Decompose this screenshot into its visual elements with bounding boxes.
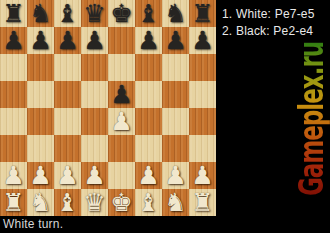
white-pawn-piece: ♟ [0, 162, 27, 189]
black-pawn-piece: ♟ [162, 27, 189, 54]
black-queen-piece: ♛ [81, 0, 108, 27]
square-e6[interactable] [108, 54, 135, 81]
square-b7[interactable]: ♟ [27, 27, 54, 54]
square-h7[interactable]: ♟ [189, 27, 216, 54]
white-rook-piece: ♜ [0, 189, 27, 216]
square-e5[interactable]: ♟ [108, 81, 135, 108]
square-e8[interactable]: ♚ [108, 0, 135, 27]
status-bar: White turn. [0, 216, 330, 233]
square-d2[interactable]: ♟ [81, 162, 108, 189]
square-h4[interactable] [189, 108, 216, 135]
square-c2[interactable]: ♟ [54, 162, 81, 189]
square-f6[interactable] [135, 54, 162, 81]
square-h1[interactable]: ♜ [189, 189, 216, 216]
move-list: 1. White: Pe7-e5 2. Black: Pe2-e4 [222, 6, 328, 40]
black-pawn-piece: ♟ [189, 27, 216, 54]
white-king-piece: ♚ [108, 189, 135, 216]
square-c8[interactable]: ♝ [54, 0, 81, 27]
turn-indicator: White turn. [3, 217, 63, 231]
square-e7[interactable] [108, 27, 135, 54]
black-pawn-piece: ♟ [27, 27, 54, 54]
square-d5[interactable] [81, 81, 108, 108]
square-a3[interactable] [0, 135, 27, 162]
black-bishop-piece: ♝ [54, 0, 81, 27]
square-b1[interactable]: ♞ [27, 189, 54, 216]
black-pawn-piece: ♟ [81, 27, 108, 54]
white-pawn-piece: ♟ [54, 162, 81, 189]
square-c1[interactable]: ♝ [54, 189, 81, 216]
square-e1[interactable]: ♚ [108, 189, 135, 216]
square-h8[interactable]: ♜ [189, 0, 216, 27]
square-e3[interactable] [108, 135, 135, 162]
square-f7[interactable]: ♟ [135, 27, 162, 54]
square-h6[interactable] [189, 54, 216, 81]
square-h2[interactable]: ♟ [189, 162, 216, 189]
square-g4[interactable] [162, 108, 189, 135]
square-g7[interactable]: ♟ [162, 27, 189, 54]
white-queen-piece: ♛ [81, 189, 108, 216]
black-rook-piece: ♜ [189, 0, 216, 27]
square-d1[interactable]: ♛ [81, 189, 108, 216]
square-d7[interactable]: ♟ [81, 27, 108, 54]
square-h3[interactable] [189, 135, 216, 162]
black-bishop-piece: ♝ [135, 0, 162, 27]
chess-board: ♜♞♝♛♚♝♞♜♟♟♟♟♟♟♟♟♟♟♟♟♟♟♟♟♜♞♝♛♚♝♞♜ [0, 0, 216, 216]
square-d6[interactable] [81, 54, 108, 81]
square-c3[interactable] [54, 135, 81, 162]
square-g1[interactable]: ♞ [162, 189, 189, 216]
square-c7[interactable]: ♟ [54, 27, 81, 54]
white-pawn-piece: ♟ [108, 108, 135, 135]
square-b2[interactable]: ♟ [27, 162, 54, 189]
black-king-piece: ♚ [108, 0, 135, 27]
square-f4[interactable] [135, 108, 162, 135]
square-b6[interactable] [27, 54, 54, 81]
square-e2[interactable] [108, 162, 135, 189]
square-g3[interactable] [162, 135, 189, 162]
square-b3[interactable] [27, 135, 54, 162]
square-b8[interactable]: ♞ [27, 0, 54, 27]
square-g6[interactable] [162, 54, 189, 81]
black-pawn-piece: ♟ [54, 27, 81, 54]
white-pawn-piece: ♟ [162, 162, 189, 189]
black-knight-piece: ♞ [27, 0, 54, 27]
black-pawn-piece: ♟ [135, 27, 162, 54]
white-pawn-piece: ♟ [135, 162, 162, 189]
white-rook-piece: ♜ [189, 189, 216, 216]
black-rook-piece: ♜ [0, 0, 27, 27]
square-a6[interactable] [0, 54, 27, 81]
black-pawn-piece: ♟ [0, 27, 27, 54]
square-a2[interactable]: ♟ [0, 162, 27, 189]
square-a8[interactable]: ♜ [0, 0, 27, 27]
chess-game-window: ♜♞♝♛♚♝♞♜♟♟♟♟♟♟♟♟♟♟♟♟♟♟♟♟♜♞♝♛♚♝♞♜ 1. Whit… [0, 0, 330, 233]
white-knight-piece: ♞ [27, 189, 54, 216]
move-entry-2: 2. Black: Pe2-e4 [222, 23, 328, 40]
square-f8[interactable]: ♝ [135, 0, 162, 27]
square-c5[interactable] [54, 81, 81, 108]
square-b4[interactable] [27, 108, 54, 135]
white-pawn-piece: ♟ [81, 162, 108, 189]
white-bishop-piece: ♝ [135, 189, 162, 216]
white-knight-piece: ♞ [162, 189, 189, 216]
square-d3[interactable] [81, 135, 108, 162]
square-f3[interactable] [135, 135, 162, 162]
square-f5[interactable] [135, 81, 162, 108]
gameplex-logo[interactable]: Gameplex.ru [292, 44, 329, 194]
square-g2[interactable]: ♟ [162, 162, 189, 189]
black-pawn-piece: ♟ [108, 81, 135, 108]
white-pawn-piece: ♟ [27, 162, 54, 189]
square-d8[interactable]: ♛ [81, 0, 108, 27]
square-f2[interactable]: ♟ [135, 162, 162, 189]
square-e4[interactable]: ♟ [108, 108, 135, 135]
white-bishop-piece: ♝ [54, 189, 81, 216]
square-a7[interactable]: ♟ [0, 27, 27, 54]
square-h5[interactable] [189, 81, 216, 108]
square-g8[interactable]: ♞ [162, 0, 189, 27]
square-a5[interactable] [0, 81, 27, 108]
square-b5[interactable] [27, 81, 54, 108]
square-a4[interactable] [0, 108, 27, 135]
square-f1[interactable]: ♝ [135, 189, 162, 216]
black-knight-piece: ♞ [162, 0, 189, 27]
move-entry-1: 1. White: Pe7-e5 [222, 6, 328, 23]
square-g5[interactable] [162, 81, 189, 108]
square-d4[interactable] [81, 108, 108, 135]
square-c6[interactable] [54, 54, 81, 81]
square-c4[interactable] [54, 108, 81, 135]
white-pawn-piece: ♟ [189, 162, 216, 189]
square-a1[interactable]: ♜ [0, 189, 27, 216]
